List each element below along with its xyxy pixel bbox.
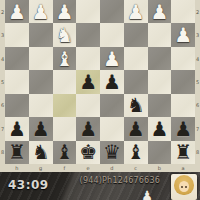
rank-label: 6 [0,94,5,117]
piece-black-rook[interactable]: ♜ [5,141,29,163]
rank-label: 5 [195,70,200,93]
rank-label: 7 [195,117,200,140]
board-square[interactable] [148,23,172,46]
board-square[interactable] [100,94,124,117]
piece-white-pawn[interactable]: ♟ [53,0,77,22]
board-square[interactable]: ♛ [100,141,124,164]
board-square[interactable] [29,23,53,46]
avatar-eye-right [185,186,187,188]
file-label: c [124,164,148,172]
board-square[interactable] [124,47,148,70]
board-square[interactable]: ♟ [29,117,53,140]
board-square[interactable] [5,94,29,117]
piece-black-pawn[interactable]: ♟ [171,117,195,139]
piece-black-bishop[interactable]: ♝ [53,141,77,163]
board-square[interactable]: ♟ [76,70,100,93]
piece-black-pawn[interactable]: ♟ [148,117,172,139]
rank-label: 5 [0,70,5,93]
board-square[interactable]: ♟ [29,0,53,23]
board-square[interactable]: ♞ [53,23,77,46]
board-square[interactable] [148,70,172,93]
board-square[interactable]: ♟ [171,117,195,140]
file-label: f [53,164,77,172]
board-square[interactable] [148,94,172,117]
board-square[interactable]: ♟ [100,47,124,70]
board-square[interactable] [148,141,172,164]
avatar-eye-left [181,186,183,188]
board-square[interactable] [29,70,53,93]
board-square[interactable]: ♝ [53,141,77,164]
board-square[interactable] [148,47,172,70]
board-square[interactable] [171,70,195,93]
piece-black-queen[interactable]: ♛ [100,141,124,163]
board-square[interactable] [100,117,124,140]
piece-white-knight[interactable]: ♞ [53,24,77,46]
piece-black-pawn[interactable]: ♟ [100,71,124,93]
board-square[interactable] [171,0,195,23]
file-label: h [5,164,29,172]
game-clock: 43:09 [8,178,49,192]
board-square[interactable]: ♝ [124,141,148,164]
rank-label: 4 [195,47,200,70]
board-square[interactable] [29,94,53,117]
piece-white-pawn[interactable]: ♟ [100,47,124,69]
board-square[interactable] [53,70,77,93]
board-square[interactable]: ♝ [53,47,77,70]
board-square[interactable]: ♟ [124,117,148,140]
file-label: g [29,164,53,172]
board-square[interactable] [76,0,100,23]
board-square[interactable]: ♞ [124,94,148,117]
rank-label: 2 [0,0,5,23]
opponent-phone-label: (944)Ph124676636 [80,176,160,185]
piece-white-pawn[interactable]: ♟ [148,0,172,22]
board-square[interactable]: ♟ [53,0,77,23]
board-square[interactable]: ♟ [5,117,29,140]
file-label: a [171,164,195,172]
board-square[interactable]: ♚ [76,141,100,164]
file-label: b [148,164,172,172]
board-square[interactable] [100,0,124,23]
board-square[interactable]: ♟ [100,70,124,93]
board-square[interactable]: ♟ [5,0,29,23]
file-labels: hgfedcba [5,164,195,172]
board-square[interactable] [171,47,195,70]
opponent-avatar[interactable] [171,174,197,200]
board-square[interactable] [76,47,100,70]
file-label: d [100,164,124,172]
chess-app: 2345678 ♟♟♟♟♟♞♟♝♟♟♟♞♟♟♟♟♟♟♜♞♝♚♛♝♜ 234567… [0,0,200,200]
board-square[interactable] [53,117,77,140]
piece-black-pawn[interactable]: ♟ [76,71,100,93]
board-square[interactable] [5,47,29,70]
board-square[interactable] [100,23,124,46]
piece-black-pawn[interactable]: ♟ [76,117,100,139]
piece-white-pawn[interactable]: ♟ [29,0,53,22]
piece-white-pawn[interactable]: ♟ [5,0,29,22]
board-square[interactable]: ♜ [5,141,29,164]
piece-black-knight[interactable]: ♞ [29,141,53,163]
rank-label: 3 [0,23,5,46]
board-square[interactable] [5,23,29,46]
piece-black-king[interactable]: ♚ [76,141,100,163]
rank-label: 7 [0,117,5,140]
board-square[interactable] [5,70,29,93]
board-square[interactable] [76,94,100,117]
rank-label: 8 [0,141,5,164]
rank-label: 3 [195,23,200,46]
rank-labels-left: 2345678 [0,0,5,164]
piece-black-pawn[interactable]: ♟ [124,117,148,139]
board-square[interactable]: ♟ [171,23,195,46]
board-square[interactable] [124,23,148,46]
piece-black-bishop[interactable]: ♝ [124,141,148,163]
piece-white-bishop[interactable]: ♝ [53,47,77,69]
board-square[interactable] [124,70,148,93]
rank-label: 6 [195,94,200,117]
board-grid: ♟♟♟♟♟♞♟♝♟♟♟♞♟♟♟♟♟♟♜♞♝♚♛♝♜ [5,0,195,164]
board-square[interactable] [76,23,100,46]
board-square[interactable]: ♟ [148,117,172,140]
rank-label: 8 [195,141,200,164]
status-bar: 43:09 (944)Ph124676636 ♟ [0,172,200,200]
rank-labels-right: 2345678 [195,0,200,164]
piece-white-pawn[interactable]: ♟ [171,24,195,46]
board-square[interactable]: ♜ [171,141,195,164]
board-square[interactable]: ♟ [148,0,172,23]
rank-label: 4 [0,47,5,70]
board-square[interactable]: ♞ [29,141,53,164]
board-square[interactable]: ♟ [124,0,148,23]
board-square[interactable] [171,94,195,117]
board-square[interactable] [53,94,77,117]
rank-label: 2 [195,0,200,23]
piece-black-knight[interactable]: ♞ [124,94,148,116]
board-square[interactable] [29,47,53,70]
piece-white-pawn[interactable]: ♟ [124,0,148,22]
piece-black-pawn[interactable]: ♟ [29,117,53,139]
board-square[interactable]: ♟ [76,117,100,140]
chess-board: 2345678 ♟♟♟♟♟♞♟♝♟♟♟♞♟♟♟♟♟♟♜♞♝♚♛♝♜ 234567… [0,0,200,172]
piece-black-rook[interactable]: ♜ [171,141,195,163]
piece-black-pawn[interactable]: ♟ [5,117,29,139]
white-pawn-icon: ♟ [141,188,153,200]
file-label: e [76,164,100,172]
